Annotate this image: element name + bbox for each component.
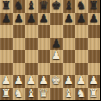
square-g7[interactable]: ♟	[75, 13, 88, 26]
piece-white-rook[interactable]: ♜	[89, 87, 99, 100]
piece-black-king[interactable]: ♚	[51, 0, 61, 12]
square-e1[interactable]	[50, 88, 63, 101]
square-e7[interactable]	[50, 13, 63, 26]
square-c6[interactable]	[25, 25, 38, 38]
piece-white-queen[interactable]: ♛	[39, 87, 49, 100]
square-b5[interactable]	[13, 38, 26, 51]
square-c5[interactable]	[25, 38, 38, 51]
square-c7[interactable]: ♟	[25, 13, 38, 26]
square-e8[interactable]: ♚	[50, 0, 63, 13]
square-f4[interactable]	[63, 50, 76, 63]
square-f7[interactable]: ♟	[63, 13, 76, 26]
square-h7[interactable]: ♟	[88, 13, 101, 26]
square-g5[interactable]	[75, 38, 88, 51]
square-c1[interactable]: ♝	[25, 88, 38, 101]
square-a5[interactable]	[0, 38, 13, 51]
square-g1[interactable]: ♞	[75, 88, 88, 101]
square-a4[interactable]	[0, 50, 13, 63]
square-d7[interactable]: ♟	[38, 13, 51, 26]
square-f1[interactable]: ♝	[63, 88, 76, 101]
piece-white-knight[interactable]: ♞	[14, 87, 24, 100]
piece-black-pawn[interactable]: ♟	[64, 12, 74, 25]
square-f5[interactable]	[63, 38, 76, 51]
chess-board: ♜♞♝♛♚♝♞♜♟♟♟♟♟♟♟♟♟♟♟♟♟♚♟♟♟♜♞♝♛♝♞♜	[0, 0, 100, 100]
square-b4[interactable]	[13, 50, 26, 63]
square-e2[interactable]: ♚	[50, 75, 63, 88]
piece-white-bishop[interactable]: ♝	[64, 87, 74, 100]
square-h4[interactable]	[88, 50, 101, 63]
chess-app: ♜♞♝♛♚♝♞♜♟♟♟♟♟♟♟♟♟♟♟♟♟♚♟♟♟♜♞♝♛♝♞♜	[0, 0, 100, 100]
square-g4[interactable]	[75, 50, 88, 63]
piece-black-pawn[interactable]: ♟	[1, 12, 11, 25]
square-c4[interactable]	[25, 50, 38, 63]
square-d4[interactable]	[38, 50, 51, 63]
square-h6[interactable]	[88, 25, 101, 38]
square-d1[interactable]: ♛	[38, 88, 51, 101]
square-h1[interactable]: ♜	[88, 88, 101, 101]
square-a7[interactable]: ♟	[0, 13, 13, 26]
square-a6[interactable]	[0, 25, 13, 38]
square-h5[interactable]	[88, 38, 101, 51]
square-a1[interactable]: ♜	[0, 88, 13, 101]
piece-black-pawn[interactable]: ♟	[39, 12, 49, 25]
piece-white-king[interactable]: ♚	[51, 75, 61, 88]
piece-white-pawn[interactable]: ♟	[51, 50, 61, 63]
piece-black-pawn[interactable]: ♟	[89, 12, 99, 25]
square-d6[interactable]	[38, 25, 51, 38]
square-b6[interactable]	[13, 25, 26, 38]
square-d5[interactable]	[38, 38, 51, 51]
piece-white-rook[interactable]: ♜	[1, 87, 11, 100]
piece-black-pawn[interactable]: ♟	[14, 12, 24, 25]
square-b1[interactable]: ♞	[13, 88, 26, 101]
piece-white-bishop[interactable]: ♝	[26, 87, 36, 100]
piece-white-knight[interactable]: ♞	[76, 87, 86, 100]
piece-black-pawn[interactable]: ♟	[26, 12, 36, 25]
piece-black-pawn[interactable]: ♟	[76, 12, 86, 25]
square-b7[interactable]: ♟	[13, 13, 26, 26]
square-f6[interactable]	[63, 25, 76, 38]
square-g6[interactable]	[75, 25, 88, 38]
square-e4[interactable]: ♟	[50, 50, 63, 63]
